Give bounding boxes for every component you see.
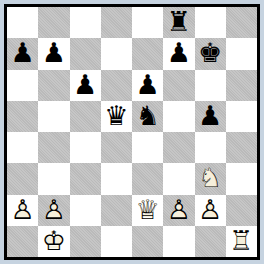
square-h7[interactable]: [226, 38, 257, 69]
square-e1[interactable]: [132, 226, 163, 257]
square-d7[interactable]: [101, 38, 132, 69]
square-e5[interactable]: ♞: [132, 101, 163, 132]
square-g4[interactable]: [195, 132, 226, 163]
chess-board: ♜♟♟♟♚♟♟♛♞♟♞♘♟♙♟♙♛♕♟♙♟♙♚♔♜♖: [7, 7, 257, 257]
square-a2[interactable]: ♟♙: [7, 195, 38, 226]
black-pawn-icon: ♟: [195, 101, 226, 132]
square-f1[interactable]: [163, 226, 194, 257]
square-f3[interactable]: [163, 163, 194, 194]
board-frame: ♜♟♟♟♚♟♟♛♞♟♞♘♟♙♟♙♛♕♟♙♟♙♚♔♜♖: [4, 4, 260, 260]
square-d3[interactable]: [101, 163, 132, 194]
square-b2[interactable]: ♟♙: [38, 195, 69, 226]
square-e8[interactable]: [132, 7, 163, 38]
square-h1[interactable]: ♜♖: [226, 226, 257, 257]
square-e3[interactable]: [132, 163, 163, 194]
black-king-icon: ♚: [195, 38, 226, 69]
square-g6[interactable]: [195, 70, 226, 101]
square-g7[interactable]: ♚: [195, 38, 226, 69]
square-b7[interactable]: ♟: [38, 38, 69, 69]
square-a4[interactable]: [7, 132, 38, 163]
square-f8[interactable]: ♜: [163, 7, 194, 38]
square-b6[interactable]: [38, 70, 69, 101]
square-b3[interactable]: [38, 163, 69, 194]
white-pawn-icon: ♟♙: [163, 195, 194, 226]
white-pawn-icon: ♟♙: [38, 195, 69, 226]
square-d1[interactable]: [101, 226, 132, 257]
white-rook-icon: ♜♖: [226, 226, 257, 257]
square-e4[interactable]: [132, 132, 163, 163]
square-g3[interactable]: ♞♘: [195, 163, 226, 194]
black-rook-icon: ♜: [163, 7, 194, 38]
square-c6[interactable]: ♟: [70, 70, 101, 101]
square-d4[interactable]: [101, 132, 132, 163]
square-a5[interactable]: [7, 101, 38, 132]
square-d5[interactable]: ♛: [101, 101, 132, 132]
square-a1[interactable]: [7, 226, 38, 257]
square-h2[interactable]: [226, 195, 257, 226]
square-c3[interactable]: [70, 163, 101, 194]
black-pawn-icon: ♟: [132, 70, 163, 101]
square-f4[interactable]: [163, 132, 194, 163]
black-pawn-icon: ♟: [38, 38, 69, 69]
black-pawn-icon: ♟: [163, 38, 194, 69]
square-h6[interactable]: [226, 70, 257, 101]
square-g1[interactable]: [195, 226, 226, 257]
square-h3[interactable]: [226, 163, 257, 194]
square-a7[interactable]: ♟: [7, 38, 38, 69]
square-d8[interactable]: [101, 7, 132, 38]
square-g8[interactable]: [195, 7, 226, 38]
square-b8[interactable]: [38, 7, 69, 38]
square-f7[interactable]: ♟: [163, 38, 194, 69]
square-e2[interactable]: ♛♕: [132, 195, 163, 226]
square-b4[interactable]: [38, 132, 69, 163]
square-g5[interactable]: ♟: [195, 101, 226, 132]
square-h5[interactable]: [226, 101, 257, 132]
white-queen-icon: ♛♕: [132, 195, 163, 226]
square-c4[interactable]: [70, 132, 101, 163]
square-c8[interactable]: [70, 7, 101, 38]
square-c7[interactable]: [70, 38, 101, 69]
square-e6[interactable]: ♟: [132, 70, 163, 101]
white-pawn-icon: ♟♙: [195, 195, 226, 226]
square-a6[interactable]: [7, 70, 38, 101]
white-king-icon: ♚♔: [38, 226, 69, 257]
chess-diagram: ♜♟♟♟♚♟♟♛♞♟♞♘♟♙♟♙♛♕♟♙♟♙♚♔♜♖: [0, 0, 264, 264]
white-knight-icon: ♞♘: [195, 163, 226, 194]
square-c2[interactable]: [70, 195, 101, 226]
square-e7[interactable]: [132, 38, 163, 69]
square-b1[interactable]: ♚♔: [38, 226, 69, 257]
square-c1[interactable]: [70, 226, 101, 257]
square-b5[interactable]: [38, 101, 69, 132]
black-queen-icon: ♛: [101, 101, 132, 132]
square-h8[interactable]: [226, 7, 257, 38]
square-d2[interactable]: [101, 195, 132, 226]
black-pawn-icon: ♟: [7, 38, 38, 69]
square-d6[interactable]: [101, 70, 132, 101]
black-knight-icon: ♞: [132, 101, 163, 132]
square-a8[interactable]: [7, 7, 38, 38]
square-f5[interactable]: [163, 101, 194, 132]
square-c5[interactable]: [70, 101, 101, 132]
square-f2[interactable]: ♟♙: [163, 195, 194, 226]
square-f6[interactable]: [163, 70, 194, 101]
square-h4[interactable]: [226, 132, 257, 163]
square-a3[interactable]: [7, 163, 38, 194]
white-pawn-icon: ♟♙: [7, 195, 38, 226]
square-g2[interactable]: ♟♙: [195, 195, 226, 226]
black-pawn-icon: ♟: [70, 70, 101, 101]
